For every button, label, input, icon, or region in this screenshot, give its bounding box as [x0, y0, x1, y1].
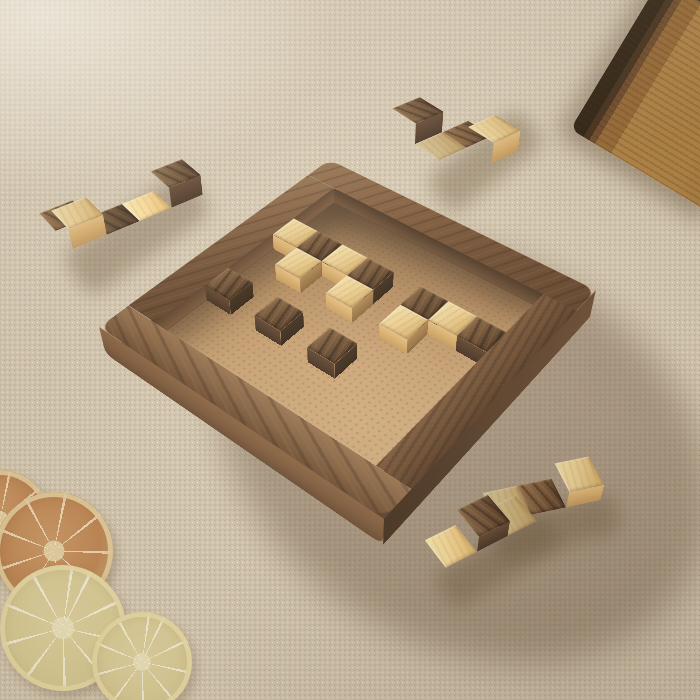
orange-slice [92, 612, 192, 700]
wooden-box [570, 0, 700, 217]
scene [0, 0, 700, 700]
